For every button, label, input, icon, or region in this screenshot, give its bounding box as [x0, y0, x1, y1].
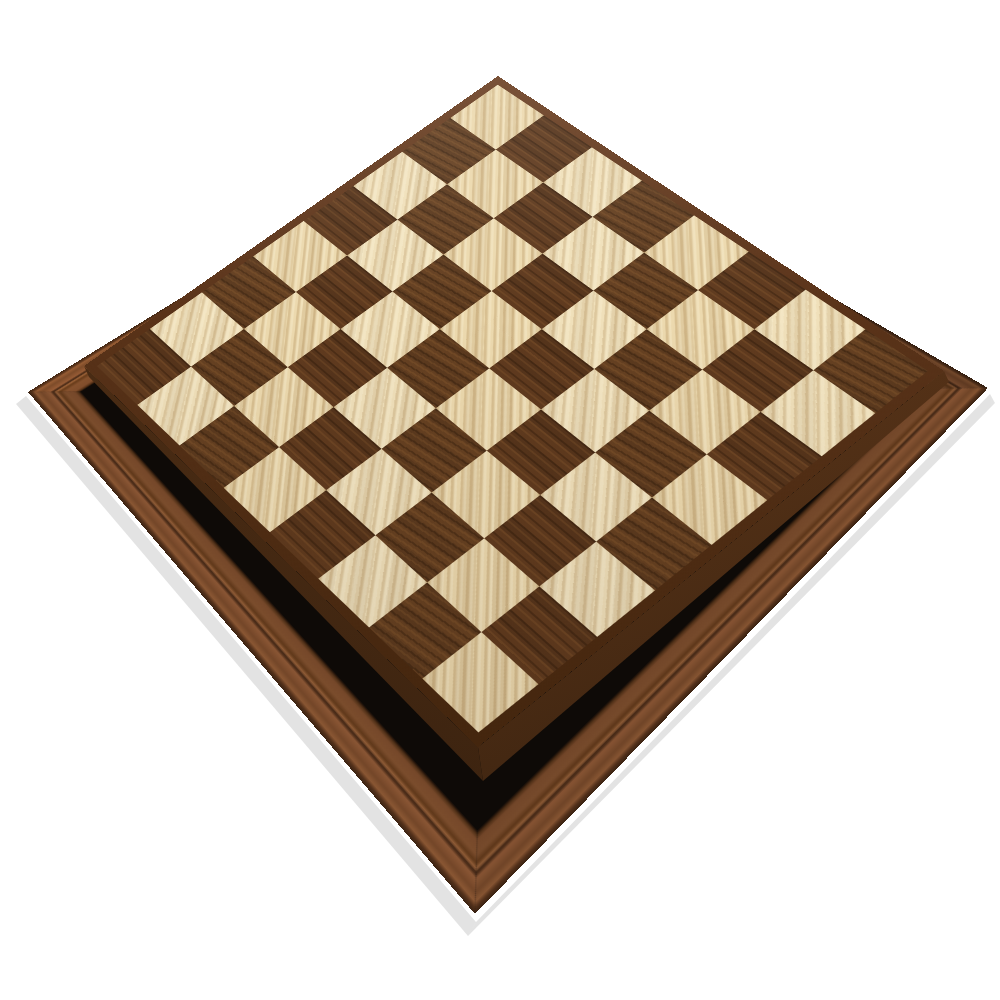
board-surface [84, 76, 944, 747]
chessboard-photo [0, 0, 1000, 1000]
